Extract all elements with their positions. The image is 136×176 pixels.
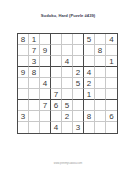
sudoku-cell-r3c3[interactable] bbox=[40, 56, 51, 67]
sudoku-cell-r1c1[interactable]: 8 bbox=[18, 34, 29, 45]
sudoku-cell-r4c6[interactable]: 2 bbox=[73, 67, 84, 78]
sudoku-cell-r6c8[interactable] bbox=[95, 89, 106, 100]
sudoku-cell-r2c2[interactable]: 7 bbox=[29, 45, 40, 56]
sudoku-cell-r1c2[interactable]: 1 bbox=[29, 34, 40, 45]
sudoku-cell-r7c8[interactable] bbox=[95, 100, 106, 111]
sudoku-cell-r4c4[interactable] bbox=[51, 67, 62, 78]
sudoku-cell-r9c2[interactable] bbox=[29, 122, 40, 133]
sudoku-cell-r9c3[interactable] bbox=[40, 122, 51, 133]
sudoku-page: Sudoku, Hard (Puzzle #439) 8154798341982… bbox=[0, 0, 136, 176]
sudoku-cell-r5c1[interactable] bbox=[18, 78, 29, 89]
sudoku-cell-r7c4[interactable]: 6 bbox=[51, 100, 62, 111]
page-title: Sudoku, Hard (Puzzle #439) bbox=[33, 13, 104, 18]
sudoku-cell-r6c1[interactable] bbox=[18, 89, 29, 100]
sudoku-cell-r7c5[interactable]: 5 bbox=[62, 100, 73, 111]
sudoku-cell-r7c7[interactable] bbox=[84, 100, 95, 111]
sudoku-cell-r5c9[interactable] bbox=[106, 78, 117, 89]
sudoku-cell-r4c3[interactable] bbox=[40, 67, 51, 78]
sudoku-cell-r6c7[interactable]: 1 bbox=[84, 89, 95, 100]
sudoku-cell-r3c6[interactable] bbox=[73, 56, 84, 67]
sudoku-cell-r1c8[interactable] bbox=[95, 34, 106, 45]
sudoku-cell-r4c1[interactable]: 9 bbox=[18, 67, 29, 78]
sudoku-cell-r2c5[interactable] bbox=[62, 45, 73, 56]
sudoku-cell-r5c4[interactable] bbox=[51, 78, 62, 89]
sudoku-cell-r9c5[interactable] bbox=[62, 122, 73, 133]
sudoku-cell-r5c7[interactable]: 2 bbox=[84, 78, 95, 89]
sudoku-cell-r3c4[interactable] bbox=[51, 56, 62, 67]
sudoku-cell-r9c1[interactable] bbox=[18, 122, 29, 133]
sudoku-cell-r3c5[interactable]: 4 bbox=[62, 56, 73, 67]
sudoku-cell-r2c4[interactable] bbox=[51, 45, 62, 56]
sudoku-cell-r8c8[interactable] bbox=[95, 111, 106, 122]
sudoku-cell-r9c9[interactable] bbox=[106, 122, 117, 133]
sudoku-cell-r4c7[interactable]: 4 bbox=[84, 67, 95, 78]
sudoku-cell-r3c8[interactable] bbox=[95, 56, 106, 67]
sudoku-cell-r5c2[interactable] bbox=[29, 78, 40, 89]
sudoku-cell-r8c6[interactable] bbox=[73, 111, 84, 122]
sudoku-cell-r1c3[interactable] bbox=[40, 34, 51, 45]
sudoku-cell-r3c1[interactable] bbox=[18, 56, 29, 67]
sudoku-cell-r3c9[interactable]: 1 bbox=[106, 56, 117, 67]
sudoku-cell-r1c4[interactable] bbox=[51, 34, 62, 45]
sudoku-cell-r4c9[interactable] bbox=[106, 67, 117, 78]
sudoku-cell-r3c2[interactable]: 3 bbox=[29, 56, 40, 67]
sudoku-cell-r1c9[interactable]: 4 bbox=[106, 34, 117, 45]
sudoku-cell-r9c8[interactable] bbox=[95, 122, 106, 133]
sudoku-cell-r7c3[interactable]: 7 bbox=[40, 100, 51, 111]
sudoku-cell-r6c6[interactable] bbox=[73, 89, 84, 100]
sudoku-cell-r4c8[interactable] bbox=[95, 67, 106, 78]
sudoku-cell-r6c3[interactable] bbox=[40, 89, 51, 100]
sudoku-cell-r8c5[interactable]: 2 bbox=[62, 111, 73, 122]
sudoku-cell-r2c8[interactable]: 8 bbox=[95, 45, 106, 56]
footer-url: www.printmysudoku.com bbox=[46, 162, 90, 165]
sudoku-cell-r5c3[interactable]: 4 bbox=[40, 78, 51, 89]
sudoku-cell-r8c3[interactable] bbox=[40, 111, 51, 122]
sudoku-cell-r6c4[interactable]: 7 bbox=[51, 89, 62, 100]
sudoku-cell-r6c9[interactable] bbox=[106, 89, 117, 100]
sudoku-cell-r4c5[interactable] bbox=[62, 67, 73, 78]
sudoku-cell-r7c1[interactable] bbox=[18, 100, 29, 111]
sudoku-cell-r7c6[interactable] bbox=[73, 100, 84, 111]
sudoku-cell-r9c4[interactable]: 4 bbox=[51, 122, 62, 133]
sudoku-cell-r5c6[interactable]: 5 bbox=[73, 78, 84, 89]
sudoku-cell-r4c2[interactable]: 8 bbox=[29, 67, 40, 78]
sudoku-cell-r2c1[interactable] bbox=[18, 45, 29, 56]
sudoku-cell-r7c2[interactable] bbox=[29, 100, 40, 111]
sudoku-cell-r5c5[interactable] bbox=[62, 78, 73, 89]
sudoku-cell-r6c5[interactable] bbox=[62, 89, 73, 100]
sudoku-cell-r2c6[interactable] bbox=[73, 45, 84, 56]
sudoku-cell-r3c7[interactable] bbox=[84, 56, 95, 67]
sudoku-cell-r1c5[interactable] bbox=[62, 34, 73, 45]
sudoku-cell-r2c7[interactable] bbox=[84, 45, 95, 56]
sudoku-cell-r8c2[interactable] bbox=[29, 111, 40, 122]
sudoku-cell-r8c4[interactable] bbox=[51, 111, 62, 122]
sudoku-cell-r9c6[interactable]: 3 bbox=[73, 122, 84, 133]
sudoku-board: 8154798341982445271765328643 bbox=[17, 33, 118, 134]
sudoku-cell-r8c7[interactable]: 8 bbox=[84, 111, 95, 122]
sudoku-cell-r1c6[interactable] bbox=[73, 34, 84, 45]
sudoku-cell-r5c8[interactable] bbox=[95, 78, 106, 89]
sudoku-cell-r6c2[interactable] bbox=[29, 89, 40, 100]
sudoku-cell-r9c7[interactable] bbox=[84, 122, 95, 133]
sudoku-cell-r2c9[interactable] bbox=[106, 45, 117, 56]
sudoku-cell-r8c1[interactable]: 3 bbox=[18, 111, 29, 122]
sudoku-cell-r7c9[interactable] bbox=[106, 100, 117, 111]
sudoku-cell-r1c7[interactable]: 5 bbox=[84, 34, 95, 45]
sudoku-cell-r8c9[interactable]: 6 bbox=[106, 111, 117, 122]
sudoku-cell-r2c3[interactable]: 9 bbox=[40, 45, 51, 56]
